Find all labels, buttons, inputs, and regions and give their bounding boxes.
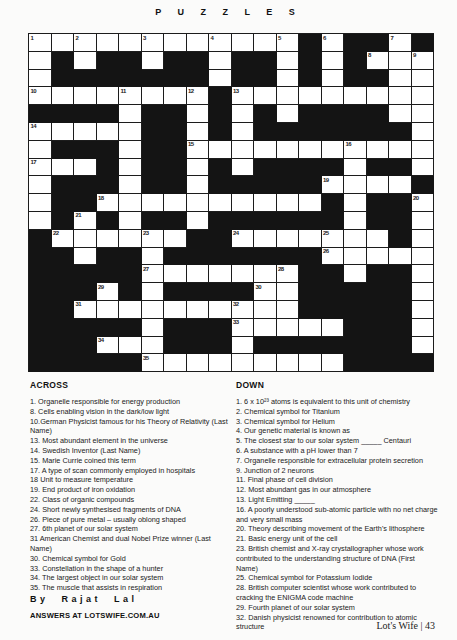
clue: 6. A substance with a pH lower than 7 <box>236 446 438 456</box>
entry-cell[interactable] <box>29 194 52 212</box>
entry-cell[interactable] <box>119 141 142 159</box>
entry-cell[interactable] <box>187 301 210 319</box>
block-cell <box>97 248 120 266</box>
entry-cell[interactable]: 13 <box>232 87 255 105</box>
clue: 27. 6th planet of our solar system <box>30 524 229 534</box>
block-cell <box>187 283 210 301</box>
entry-cell[interactable] <box>254 301 277 319</box>
entry-cell[interactable] <box>74 87 97 105</box>
block-cell <box>209 87 232 105</box>
entry-cell[interactable] <box>187 194 210 212</box>
entry-cell[interactable] <box>97 123 120 141</box>
block-cell <box>164 141 187 159</box>
entry-cell[interactable]: 15 <box>187 141 210 159</box>
entry-cell[interactable] <box>322 70 345 88</box>
entry-cell[interactable] <box>299 141 322 159</box>
down-clue-list: 1. 6 x 10²³ atoms is equivalent to this … <box>236 397 438 632</box>
block-cell <box>254 123 277 141</box>
entry-cell[interactable] <box>119 301 142 319</box>
block-cell <box>119 354 142 372</box>
entry-cell[interactable]: 31 <box>74 301 97 319</box>
across-clue-list: 1. Organelle responsible for energy prod… <box>30 397 229 593</box>
block-cell <box>187 319 210 337</box>
entry-cell[interactable] <box>209 52 232 70</box>
block-cell <box>299 105 322 123</box>
entry-cell[interactable] <box>299 230 322 248</box>
entry-cell[interactable] <box>277 70 300 88</box>
block-cell <box>142 159 165 177</box>
block-cell <box>142 212 165 230</box>
entry-cell[interactable] <box>164 230 187 248</box>
entry-cell[interactable] <box>322 141 345 159</box>
clue-number: 20 <box>413 195 419 201</box>
entry-cell[interactable] <box>232 354 255 372</box>
block-cell <box>29 319 52 337</box>
entry-cell[interactable] <box>187 212 210 230</box>
entry-cell[interactable]: 33 <box>232 319 255 337</box>
entry-cell[interactable] <box>119 212 142 230</box>
entry-cell[interactable] <box>232 194 255 212</box>
block-cell <box>367 34 390 52</box>
block-cell <box>97 265 120 283</box>
entry-cell[interactable] <box>119 123 142 141</box>
entry-cell[interactable] <box>344 212 367 230</box>
block-cell <box>52 176 75 194</box>
block-cell <box>344 105 367 123</box>
entry-cell[interactable]: 34 <box>97 337 120 355</box>
down-header: DOWN <box>236 380 438 390</box>
entry-cell[interactable] <box>209 70 232 88</box>
block-cell <box>97 141 120 159</box>
block-cell <box>209 159 232 177</box>
entry-cell[interactable] <box>119 230 142 248</box>
entry-cell[interactable]: 20 <box>412 194 435 212</box>
entry-cell[interactable] <box>254 230 277 248</box>
block-cell <box>367 105 390 123</box>
entry-cell[interactable] <box>209 141 232 159</box>
entry-cell[interactable] <box>232 123 255 141</box>
clue: 35. The muscle that assists in respirati… <box>30 583 229 593</box>
entry-cell[interactable] <box>164 354 187 372</box>
entry-cell[interactable] <box>187 159 210 177</box>
clue-number: 24 <box>233 230 239 236</box>
entry-cell[interactable] <box>344 159 367 177</box>
entry-cell[interactable]: 23 <box>142 230 165 248</box>
block-cell <box>277 123 300 141</box>
entry-cell[interactable] <box>142 319 165 337</box>
entry-cell[interactable] <box>277 283 300 301</box>
entry-cell[interactable] <box>412 337 435 355</box>
entry-cell[interactable] <box>412 212 435 230</box>
entry-cell[interactable] <box>367 176 390 194</box>
block-cell <box>209 230 232 248</box>
entry-cell[interactable] <box>232 34 255 52</box>
clue: 11. Final phase of cell division <box>236 475 438 485</box>
clue: 8. Cells enabling vision in the dark/low… <box>30 407 229 417</box>
entry-cell[interactable] <box>412 87 435 105</box>
entry-cell[interactable]: 7 <box>389 34 412 52</box>
block-cell <box>164 212 187 230</box>
entry-cell[interactable] <box>187 123 210 141</box>
entry-cell[interactable] <box>412 265 435 283</box>
entry-cell[interactable] <box>119 105 142 123</box>
block-cell <box>74 176 97 194</box>
entry-cell[interactable] <box>142 194 165 212</box>
entry-cell[interactable] <box>187 105 210 123</box>
entry-cell[interactable] <box>277 230 300 248</box>
entry-cell[interactable] <box>74 248 97 266</box>
entry-cell[interactable] <box>142 337 165 355</box>
block-cell <box>367 123 390 141</box>
entry-cell[interactable] <box>412 105 435 123</box>
entry-cell[interactable] <box>29 52 52 70</box>
clue: 23. British chemist and X-ray crystallog… <box>236 544 438 573</box>
entry-cell[interactable] <box>277 141 300 159</box>
entry-cell[interactable] <box>344 248 367 266</box>
entry-cell[interactable]: 16 <box>344 141 367 159</box>
clue-number: 13 <box>233 88 239 94</box>
block-cell <box>389 194 412 212</box>
entry-cell[interactable] <box>367 141 390 159</box>
clue-number: 16 <box>346 141 352 147</box>
entry-cell[interactable]: 11 <box>119 87 142 105</box>
entry-cell[interactable] <box>322 52 345 70</box>
clue: 18 Unit to measure temperature <box>30 475 229 485</box>
entry-cell[interactable] <box>74 123 97 141</box>
entry-cell[interactable] <box>277 87 300 105</box>
entry-cell[interactable] <box>209 301 232 319</box>
block-cell <box>52 141 75 159</box>
entry-cell[interactable] <box>209 354 232 372</box>
block-cell <box>52 354 75 372</box>
entry-cell[interactable] <box>29 141 52 159</box>
entry-cell[interactable] <box>389 248 412 266</box>
block-cell <box>187 230 210 248</box>
clue: 30. Chemical symbol for Gold <box>30 554 229 564</box>
clue: 21. Basic energy unit of the cell <box>236 534 438 544</box>
entry-cell[interactable] <box>254 319 277 337</box>
block-cell <box>97 319 120 337</box>
clue-number: 26 <box>323 248 329 254</box>
block-cell <box>322 301 345 319</box>
block-cell <box>29 230 52 248</box>
entry-cell[interactable] <box>299 354 322 372</box>
entry-cell[interactable] <box>29 70 52 88</box>
block-cell <box>119 248 142 266</box>
entry-cell[interactable] <box>254 141 277 159</box>
entry-cell[interactable]: 2 <box>74 34 97 52</box>
entry-cell[interactable] <box>119 337 142 355</box>
block-cell <box>187 52 210 70</box>
clue-number: 32 <box>233 301 239 307</box>
entry-cell[interactable] <box>74 52 97 70</box>
entry-cell[interactable] <box>412 319 435 337</box>
entry-cell[interactable] <box>412 159 435 177</box>
block-cell <box>277 337 300 355</box>
block-cell <box>367 337 390 355</box>
entry-cell[interactable] <box>142 52 165 70</box>
block-cell <box>389 265 412 283</box>
block-cell <box>187 337 210 355</box>
clue: 4. Our genetic material is known as <box>236 426 438 436</box>
entry-cell[interactable] <box>97 301 120 319</box>
block-cell <box>29 265 52 283</box>
entry-cell[interactable] <box>254 87 277 105</box>
entry-cell[interactable] <box>389 87 412 105</box>
entry-cell[interactable] <box>367 248 390 266</box>
entry-cell[interactable] <box>142 301 165 319</box>
block-cell <box>52 70 75 88</box>
entry-cell[interactable]: 14 <box>29 123 52 141</box>
block-cell <box>142 176 165 194</box>
block-cell <box>209 176 232 194</box>
entry-cell[interactable] <box>164 265 187 283</box>
block-cell <box>74 141 97 159</box>
clue: 15. Marie Currie coined this term <box>30 456 229 466</box>
block-cell <box>389 319 412 337</box>
entry-cell[interactable] <box>74 230 97 248</box>
entry-cell[interactable] <box>254 265 277 283</box>
clue: 2. Chemical symbol for Titanium <box>236 407 438 417</box>
block-cell <box>299 123 322 141</box>
block-cell <box>74 319 97 337</box>
block-cell <box>232 52 255 70</box>
clue-number: 17 <box>31 159 37 165</box>
entry-cell[interactable]: 8 <box>367 52 390 70</box>
clue-number: 10 <box>31 88 37 94</box>
block-cell <box>209 212 232 230</box>
entry-cell[interactable] <box>367 230 390 248</box>
entry-cell[interactable] <box>74 159 97 177</box>
entry-cell[interactable] <box>277 52 300 70</box>
entry-cell[interactable]: 26 <box>322 248 345 266</box>
entry-cell[interactable] <box>412 70 435 88</box>
block-cell <box>277 248 300 266</box>
entry-cell[interactable] <box>299 194 322 212</box>
entry-cell[interactable] <box>232 265 255 283</box>
entry-cell[interactable] <box>29 176 52 194</box>
entry-cell[interactable] <box>389 141 412 159</box>
entry-cell[interactable] <box>322 319 345 337</box>
answers-note: ANSWERS AT LOTSWIFE.COM.AU <box>30 611 160 620</box>
block-cell <box>74 70 97 88</box>
block-cell <box>232 283 255 301</box>
entry-cell[interactable] <box>412 141 435 159</box>
entry-cell[interactable] <box>97 87 120 105</box>
entry-cell[interactable] <box>52 123 75 141</box>
entry-cell[interactable] <box>277 301 300 319</box>
entry-cell[interactable] <box>254 354 277 372</box>
entry-cell[interactable]: 32 <box>232 301 255 319</box>
entry-cell[interactable] <box>119 34 142 52</box>
entry-cell[interactable]: 21 <box>74 212 97 230</box>
entry-cell[interactable] <box>277 354 300 372</box>
block-cell <box>299 34 322 52</box>
block-cell <box>164 337 187 355</box>
entry-cell[interactable] <box>232 337 255 355</box>
entry-cell[interactable] <box>412 301 435 319</box>
entry-cell[interactable] <box>52 87 75 105</box>
clue-number: 8 <box>368 52 371 58</box>
block-cell <box>254 337 277 355</box>
entry-cell[interactable] <box>412 283 435 301</box>
entry-cell[interactable] <box>52 34 75 52</box>
entry-cell[interactable] <box>187 265 210 283</box>
clue: 19. End product of iron oxidation <box>30 485 229 495</box>
entry-cell[interactable]: 24 <box>232 230 255 248</box>
entry-cell[interactable] <box>344 194 367 212</box>
entry-cell[interactable]: 10 <box>29 87 52 105</box>
entry-cell[interactable] <box>142 87 165 105</box>
entry-cell[interactable]: 27 <box>142 265 165 283</box>
block-cell <box>187 70 210 88</box>
entry-cell[interactable] <box>389 52 412 70</box>
entry-cell[interactable] <box>344 265 367 283</box>
block-cell <box>254 105 277 123</box>
block-cell <box>52 265 75 283</box>
entry-cell[interactable]: 17 <box>29 159 52 177</box>
clue-number: 7 <box>391 35 394 41</box>
entry-cell[interactable]: 25 <box>322 230 345 248</box>
clue-number: 5 <box>278 35 281 41</box>
block-cell <box>389 212 412 230</box>
entry-cell[interactable] <box>29 212 52 230</box>
entry-cell[interactable] <box>277 194 300 212</box>
entry-cell[interactable]: 30 <box>254 283 277 301</box>
entry-cell[interactable] <box>277 105 300 123</box>
block-cell <box>52 248 75 266</box>
entry-cell[interactable] <box>232 105 255 123</box>
block-cell <box>119 265 142 283</box>
entry-cell[interactable]: 18 <box>97 194 120 212</box>
entry-cell[interactable] <box>344 87 367 105</box>
clue-number: 19 <box>323 177 329 183</box>
entry-cell[interactable] <box>97 34 120 52</box>
entry-cell[interactable] <box>412 230 435 248</box>
clue: 9. Junction of 2 neurons <box>236 466 438 476</box>
block-cell <box>97 212 120 230</box>
entry-cell[interactable] <box>254 194 277 212</box>
block-cell <box>299 337 322 355</box>
entry-cell[interactable] <box>187 34 210 52</box>
entry-cell[interactable]: 3 <box>142 34 165 52</box>
entry-cell[interactable]: 12 <box>187 87 210 105</box>
block-cell <box>119 70 142 88</box>
block-cell <box>254 70 277 88</box>
block-cell <box>164 248 187 266</box>
entry-cell[interactable] <box>412 248 435 266</box>
entry-cell[interactable] <box>344 230 367 248</box>
entry-cell[interactable] <box>322 87 345 105</box>
entry-cell[interactable] <box>97 230 120 248</box>
entry-cell[interactable]: 5 <box>277 34 300 52</box>
entry-cell[interactable] <box>187 176 210 194</box>
entry-cell[interactable] <box>187 354 210 372</box>
entry-cell[interactable] <box>299 87 322 105</box>
entry-cell[interactable] <box>389 105 412 123</box>
block-cell <box>344 34 367 52</box>
block-cell <box>52 301 75 319</box>
block-cell <box>209 248 232 266</box>
block-cell <box>29 337 52 355</box>
block-cell <box>97 176 120 194</box>
entry-cell[interactable] <box>277 319 300 337</box>
clue: 34. The largest object in our solar syst… <box>30 573 229 583</box>
block-cell <box>209 283 232 301</box>
entry-cell[interactable] <box>119 194 142 212</box>
entry-cell[interactable]: 22 <box>52 230 75 248</box>
clue-number: 1 <box>31 35 34 41</box>
entry-cell[interactable]: 9 <box>412 52 435 70</box>
block-cell <box>52 105 75 123</box>
entry-cell[interactable] <box>164 301 187 319</box>
block-cell <box>367 159 390 177</box>
entry-cell[interactable] <box>344 176 367 194</box>
block-cell <box>187 248 210 266</box>
entry-cell[interactable] <box>142 248 165 266</box>
block-cell <box>74 194 97 212</box>
block-cell <box>254 248 277 266</box>
entry-cell[interactable] <box>164 34 187 52</box>
entry-cell[interactable]: 4 <box>209 34 232 52</box>
entry-cell[interactable]: 29 <box>97 283 120 301</box>
entry-cell[interactable] <box>254 34 277 52</box>
block-cell <box>97 354 120 372</box>
block-cell <box>322 105 345 123</box>
block-cell <box>344 123 367 141</box>
entry-cell[interactable] <box>52 159 75 177</box>
entry-cell[interactable] <box>209 265 232 283</box>
clue-number: 9 <box>413 52 416 58</box>
clue: 10.German Physicist famous for his Theor… <box>30 417 229 437</box>
entry-cell[interactable]: 28 <box>277 265 300 283</box>
entry-cell[interactable] <box>389 70 412 88</box>
block-cell <box>209 105 232 123</box>
block-cell <box>119 319 142 337</box>
entry-cell[interactable] <box>164 194 187 212</box>
block-cell <box>389 123 412 141</box>
entry-cell[interactable] <box>164 87 187 105</box>
block-cell <box>367 354 390 372</box>
entry-cell[interactable]: 1 <box>29 34 52 52</box>
block-cell <box>29 301 52 319</box>
block-cell <box>344 354 367 372</box>
entry-cell[interactable]: 19 <box>322 176 345 194</box>
entry-cell[interactable] <box>209 194 232 212</box>
entry-cell[interactable] <box>119 176 142 194</box>
block-cell <box>164 70 187 88</box>
entry-cell[interactable] <box>322 354 345 372</box>
entry-cell[interactable] <box>299 319 322 337</box>
block-cell <box>299 301 322 319</box>
block-cell <box>322 123 345 141</box>
entry-cell[interactable] <box>232 159 255 177</box>
entry-cell[interactable] <box>142 283 165 301</box>
entry-cell[interactable] <box>367 87 390 105</box>
block-cell <box>367 70 390 88</box>
clue-number: 25 <box>323 230 329 236</box>
entry-cell[interactable] <box>389 176 412 194</box>
entry-cell[interactable] <box>119 159 142 177</box>
entry-cell[interactable]: 35 <box>142 354 165 372</box>
entry-cell[interactable]: 6 <box>322 34 345 52</box>
clue-number: 4 <box>211 35 214 41</box>
entry-cell[interactable] <box>232 141 255 159</box>
entry-cell[interactable] <box>412 123 435 141</box>
block-cell <box>389 301 412 319</box>
block-cell <box>322 265 345 283</box>
clue-number: 14 <box>31 123 37 129</box>
